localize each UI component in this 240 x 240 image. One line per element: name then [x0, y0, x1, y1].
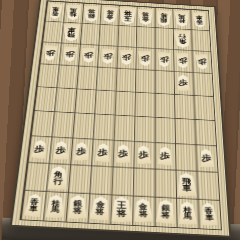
square-1-7[interactable]: 歩 — [196, 144, 218, 172]
square-5-5[interactable] — [115, 91, 136, 116]
square-5-8[interactable] — [111, 166, 133, 195]
piece-gote-pawn[interactable]: 歩 — [194, 54, 209, 69]
square-4-6[interactable] — [134, 116, 155, 142]
square-8-2[interactable]: 飛 車 — [61, 22, 81, 44]
square-3-5[interactable] — [155, 93, 175, 118]
square-2-5[interactable] — [174, 94, 194, 119]
piece-sente-pawn[interactable]: 歩 — [176, 75, 191, 91]
square-2-8[interactable]: 飛 車 — [176, 170, 198, 199]
square-8-8[interactable]: 角 行 — [46, 163, 70, 192]
square-1-5[interactable] — [194, 95, 215, 120]
square-6-2[interactable] — [99, 24, 119, 46]
square-8-6[interactable] — [52, 111, 75, 137]
square-6-5[interactable] — [94, 90, 115, 115]
square-1-9[interactable]: 香 車 — [198, 199, 221, 230]
piece-sente-gold[interactable]: 金 将 — [133, 199, 154, 223]
square-2-4[interactable]: 歩 — [174, 71, 194, 95]
square-3-9[interactable]: 銀 将 — [155, 197, 177, 228]
square-8-9[interactable]: 桂 馬 — [43, 191, 68, 222]
square-4-4[interactable] — [135, 69, 155, 93]
square-4-7[interactable]: 歩 — [134, 141, 155, 169]
piece-sente-pawn[interactable]: 歩 — [31, 139, 49, 158]
square-5-1[interactable]: 玉 将 — [118, 5, 137, 26]
square-1-1[interactable]: 香 車 — [190, 9, 209, 30]
square-7-3[interactable]: 歩 — [78, 44, 99, 67]
square-8-3[interactable]: 歩 — [59, 43, 80, 66]
piece-sente-silver[interactable]: 銀 将 — [155, 199, 175, 224]
piece-sente-pawn[interactable]: 歩 — [53, 141, 69, 160]
piece-gote-bishop[interactable]: 角 行 — [173, 30, 191, 48]
piece-gote-silver[interactable]: 銀 将 — [155, 9, 172, 26]
square-5-7[interactable]: 歩 — [112, 140, 134, 168]
square-2-1[interactable]: 桂 馬 — [173, 8, 192, 29]
piece-sente-pawn[interactable]: 歩 — [136, 146, 152, 165]
square-7-9[interactable]: 銀 将 — [65, 192, 89, 223]
piece-sente-knight[interactable]: 桂 馬 — [178, 201, 198, 224]
square-6-3[interactable]: 歩 — [97, 45, 117, 68]
square-8-7[interactable]: 歩 — [49, 137, 72, 165]
square-4-8[interactable] — [133, 168, 155, 197]
square-3-2[interactable] — [155, 27, 174, 49]
square-2-9[interactable]: 桂 馬 — [176, 198, 199, 229]
piece-gote-rook[interactable]: 飛 車 — [62, 24, 81, 42]
square-9-7[interactable]: 歩 — [28, 135, 52, 163]
piece-gote-pawn[interactable]: 歩 — [176, 53, 190, 69]
square-2-6[interactable] — [175, 118, 196, 144]
square-6-1[interactable]: 金 将 — [100, 4, 119, 25]
square-5-9[interactable]: 王 将 — [110, 194, 133, 225]
square-9-5[interactable] — [34, 86, 57, 111]
square-3-1[interactable]: 銀 将 — [155, 7, 173, 28]
shogi-board: 香 車桂 馬銀 将金 将玉 将金 将銀 将桂 馬香 車飛 車角 行歩歩歩歩歩歩歩… — [10, 0, 232, 238]
square-8-5[interactable] — [54, 87, 76, 112]
piece-gote-pawn[interactable]: 歩 — [138, 51, 152, 66]
square-4-9[interactable]: 金 将 — [132, 196, 154, 227]
board-grid: 香 車桂 馬銀 将金 将玉 将金 将銀 将桂 馬香 車飛 車角 行歩歩歩歩歩歩歩… — [20, 0, 222, 230]
piece-sente-silver[interactable]: 銀 将 — [68, 195, 88, 219]
square-6-4[interactable] — [96, 67, 117, 91]
square-7-2[interactable] — [80, 23, 100, 45]
piece-gote-lance[interactable]: 香 車 — [47, 3, 63, 19]
square-9-3[interactable]: 歩 — [40, 42, 61, 65]
piece-gote-knight[interactable]: 桂 馬 — [65, 4, 81, 20]
square-4-3[interactable]: 歩 — [136, 47, 155, 70]
square-1-2[interactable] — [191, 29, 210, 51]
piece-gote-gold[interactable]: 金 将 — [137, 9, 154, 25]
piece-sente-pawn[interactable]: 歩 — [116, 144, 131, 163]
piece-gote-pawn[interactable]: 歩 — [43, 45, 59, 61]
square-6-9[interactable]: 金 将 — [88, 193, 111, 224]
square-1-6[interactable] — [195, 119, 216, 145]
square-7-8[interactable] — [68, 164, 91, 193]
piece-sente-pawn[interactable]: 歩 — [198, 149, 215, 168]
square-3-3[interactable]: 歩 — [155, 48, 174, 71]
square-7-4[interactable] — [76, 66, 97, 90]
square-5-4[interactable] — [116, 68, 136, 92]
square-6-6[interactable] — [93, 114, 115, 140]
piece-sente-king[interactable]: 王 将 — [111, 197, 133, 223]
square-4-1[interactable]: 金 将 — [136, 6, 154, 27]
piece-gote-gold[interactable]: 金 将 — [101, 6, 119, 23]
square-2-2[interactable]: 角 行 — [173, 28, 192, 50]
square-4-5[interactable] — [135, 92, 155, 117]
square-8-4[interactable] — [57, 65, 79, 89]
square-4-2[interactable] — [136, 26, 155, 48]
square-7-6[interactable] — [72, 113, 94, 139]
piece-sente-lance[interactable]: 香 車 — [23, 193, 43, 217]
piece-gote-pawn[interactable]: 歩 — [100, 48, 115, 64]
square-2-3[interactable]: 歩 — [173, 49, 192, 72]
square-3-7[interactable]: 歩 — [155, 142, 176, 170]
piece-sente-pawn[interactable]: 歩 — [74, 142, 89, 161]
square-7-1[interactable]: 銀 将 — [82, 3, 102, 24]
square-3-6[interactable] — [155, 117, 176, 143]
piece-gote-king[interactable]: 玉 将 — [119, 7, 137, 25]
square-1-8[interactable] — [197, 171, 220, 200]
piece-sente-lance[interactable]: 香 車 — [200, 203, 219, 226]
square-7-5[interactable] — [74, 88, 96, 113]
piece-gote-silver[interactable]: 銀 将 — [83, 5, 99, 21]
square-7-7[interactable]: 歩 — [70, 138, 93, 166]
piece-gote-lance[interactable]: 香 車 — [192, 12, 207, 28]
square-6-7[interactable]: 歩 — [91, 139, 113, 167]
square-5-6[interactable] — [114, 115, 135, 141]
piece-gote-knight[interactable]: 桂 馬 — [174, 11, 190, 27]
piece-gote-pawn[interactable]: 歩 — [62, 46, 77, 62]
square-5-2[interactable] — [117, 25, 136, 47]
square-2-7[interactable] — [175, 143, 196, 171]
square-3-4[interactable] — [155, 70, 175, 94]
square-1-3[interactable]: 歩 — [192, 50, 212, 73]
piece-sente-rook[interactable]: 飛 車 — [176, 172, 197, 196]
piece-sente-pawn[interactable]: 歩 — [94, 143, 111, 162]
square-9-8[interactable] — [24, 162, 49, 191]
piece-gote-pawn[interactable]: 歩 — [120, 50, 134, 66]
square-9-2[interactable] — [42, 21, 63, 43]
square-8-1[interactable]: 桂 馬 — [63, 2, 83, 23]
shogi-scene: 香 車桂 馬銀 将金 将玉 将金 将銀 将桂 馬香 車飛 車角 行歩歩歩歩歩歩歩… — [0, 0, 240, 240]
square-9-4[interactable] — [37, 63, 59, 87]
piece-sente-gold[interactable]: 金 将 — [89, 196, 111, 221]
piece-gote-pawn[interactable]: 歩 — [157, 51, 171, 67]
square-5-3[interactable]: 歩 — [116, 46, 136, 69]
square-6-8[interactable] — [90, 165, 113, 194]
piece-sente-bishop[interactable]: 角 行 — [47, 166, 69, 190]
square-9-1[interactable]: 香 車 — [45, 1, 65, 22]
piece-gote-pawn[interactable]: 歩 — [82, 48, 96, 63]
square-9-6[interactable] — [31, 110, 54, 136]
piece-sente-pawn[interactable]: 歩 — [157, 146, 172, 165]
square-3-8[interactable] — [155, 169, 177, 198]
square-9-9[interactable]: 香 車 — [21, 190, 46, 221]
square-1-4[interactable] — [193, 72, 213, 96]
piece-sente-knight[interactable]: 桂 馬 — [45, 194, 65, 217]
